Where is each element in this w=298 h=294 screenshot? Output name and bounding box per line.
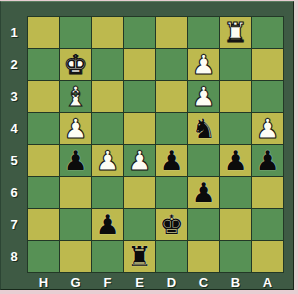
square-h3[interactable] — [28, 81, 59, 112]
square-c4[interactable]: ♞ — [188, 113, 219, 144]
square-e2[interactable] — [124, 49, 155, 80]
square-c5[interactable] — [188, 145, 219, 176]
square-f4[interactable] — [92, 113, 123, 144]
rank-label-7: 7 — [3, 209, 25, 240]
rank-label-4: 4 — [3, 113, 25, 144]
file-label-a: A — [252, 274, 283, 290]
piece-white-pawn[interactable]: ♟ — [95, 145, 119, 176]
square-a3[interactable] — [252, 81, 283, 112]
piece-white-bishop[interactable]: ♝ — [63, 81, 87, 112]
rank-label-5: 5 — [3, 145, 25, 176]
board-frame: 12345678 ♜♚♟♝♟♟♞♟♟♟♟♟♟♟♟♟♚♜ HGFEDCBA — [0, 1, 294, 290]
square-d2[interactable] — [156, 49, 187, 80]
square-e4[interactable] — [124, 113, 155, 144]
piece-white-pawn[interactable]: ♟ — [191, 49, 215, 80]
square-f7[interactable]: ♟ — [92, 209, 123, 240]
file-label-f: F — [92, 274, 123, 290]
square-e7[interactable] — [124, 209, 155, 240]
square-b3[interactable] — [220, 81, 251, 112]
rank-label-2: 2 — [3, 49, 25, 80]
piece-black-pawn[interactable]: ♟ — [191, 177, 215, 208]
piece-white-pawn[interactable]: ♟ — [127, 145, 151, 176]
square-f2[interactable] — [92, 49, 123, 80]
square-h1[interactable] — [28, 17, 59, 48]
square-a4[interactable]: ♟ — [252, 113, 283, 144]
file-label-d: D — [156, 274, 187, 290]
rank-label-8: 8 — [3, 241, 25, 272]
square-g4[interactable]: ♟ — [60, 113, 91, 144]
piece-white-pawn[interactable]: ♟ — [255, 113, 279, 144]
file-label-b: B — [220, 274, 251, 290]
square-d6[interactable] — [156, 177, 187, 208]
square-h6[interactable] — [28, 177, 59, 208]
square-h2[interactable] — [28, 49, 59, 80]
piece-white-king[interactable]: ♚ — [63, 49, 87, 80]
square-c1[interactable] — [188, 17, 219, 48]
rank-label-1: 1 — [3, 17, 25, 48]
square-d5[interactable]: ♟ — [156, 145, 187, 176]
piece-black-pawn[interactable]: ♟ — [223, 145, 247, 176]
file-label-c: C — [188, 274, 219, 290]
square-d4[interactable] — [156, 113, 187, 144]
square-d3[interactable] — [156, 81, 187, 112]
file-label-g: G — [60, 274, 91, 290]
square-e3[interactable] — [124, 81, 155, 112]
square-a7[interactable] — [252, 209, 283, 240]
square-f6[interactable] — [92, 177, 123, 208]
square-f1[interactable] — [92, 17, 123, 48]
square-h8[interactable] — [28, 241, 59, 272]
square-b8[interactable] — [220, 241, 251, 272]
file-label-h: H — [28, 274, 59, 290]
square-b7[interactable] — [220, 209, 251, 240]
square-c2[interactable]: ♟ — [188, 49, 219, 80]
square-b4[interactable] — [220, 113, 251, 144]
square-f8[interactable] — [92, 241, 123, 272]
square-h4[interactable] — [28, 113, 59, 144]
square-e1[interactable] — [124, 17, 155, 48]
rank-label-6: 6 — [3, 177, 25, 208]
rank-label-3: 3 — [3, 81, 25, 112]
piece-black-knight[interactable]: ♞ — [191, 113, 215, 144]
piece-white-pawn[interactable]: ♟ — [63, 113, 87, 144]
square-c7[interactable] — [188, 209, 219, 240]
piece-black-rook[interactable]: ♜ — [127, 241, 151, 272]
square-d1[interactable] — [156, 17, 187, 48]
square-g6[interactable] — [60, 177, 91, 208]
square-b2[interactable] — [220, 49, 251, 80]
square-g7[interactable] — [60, 209, 91, 240]
square-f5[interactable]: ♟ — [92, 145, 123, 176]
square-a8[interactable] — [252, 241, 283, 272]
square-g1[interactable] — [60, 17, 91, 48]
square-a5[interactable]: ♟ — [252, 145, 283, 176]
file-label-e: E — [124, 274, 155, 290]
piece-black-king[interactable]: ♚ — [159, 209, 183, 240]
chess-board: ♜♚♟♝♟♟♞♟♟♟♟♟♟♟♟♟♚♜ — [27, 16, 284, 273]
square-d8[interactable] — [156, 241, 187, 272]
square-e6[interactable] — [124, 177, 155, 208]
square-a1[interactable] — [252, 17, 283, 48]
square-h7[interactable] — [28, 209, 59, 240]
square-c8[interactable] — [188, 241, 219, 272]
square-c3[interactable]: ♟ — [188, 81, 219, 112]
square-b6[interactable] — [220, 177, 251, 208]
square-a2[interactable] — [252, 49, 283, 80]
square-b1[interactable]: ♜ — [220, 17, 251, 48]
square-g3[interactable]: ♝ — [60, 81, 91, 112]
square-d7[interactable]: ♚ — [156, 209, 187, 240]
chess-board-window: 12345678 ♜♚♟♝♟♟♞♟♟♟♟♟♟♟♟♟♚♜ HGFEDCBA — [0, 0, 298, 294]
piece-black-pawn[interactable]: ♟ — [63, 145, 87, 176]
square-g5[interactable]: ♟ — [60, 145, 91, 176]
square-c6[interactable]: ♟ — [188, 177, 219, 208]
piece-black-pawn[interactable]: ♟ — [95, 209, 119, 240]
square-f3[interactable] — [92, 81, 123, 112]
piece-white-rook[interactable]: ♜ — [223, 17, 247, 48]
piece-white-pawn[interactable]: ♟ — [191, 81, 215, 112]
square-h5[interactable] — [28, 145, 59, 176]
piece-black-pawn[interactable]: ♟ — [255, 145, 279, 176]
square-e8[interactable]: ♜ — [124, 241, 155, 272]
square-g2[interactable]: ♚ — [60, 49, 91, 80]
square-g8[interactable] — [60, 241, 91, 272]
piece-black-pawn[interactable]: ♟ — [159, 145, 183, 176]
square-e5[interactable]: ♟ — [124, 145, 155, 176]
square-b5[interactable]: ♟ — [220, 145, 251, 176]
square-a6[interactable] — [252, 177, 283, 208]
